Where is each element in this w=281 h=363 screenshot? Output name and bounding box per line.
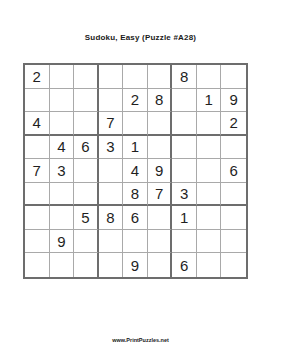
- cell-r7c5: 6: [123, 206, 148, 230]
- cell-r3c7: [172, 112, 197, 136]
- cell-r9c3: [74, 253, 99, 277]
- cell-r7c1: [25, 206, 50, 230]
- cell-r1c2: [50, 65, 75, 89]
- cell-r9c2: [50, 253, 75, 277]
- cell-r5c1: 7: [25, 159, 50, 183]
- cell-r1c6: [148, 65, 173, 89]
- cell-r4c7: [172, 136, 197, 160]
- cell-r4c6: [148, 136, 173, 160]
- cell-r4c3: 6: [74, 136, 99, 160]
- cell-r3c4: 7: [99, 112, 124, 136]
- puzzle-title: Sudoku, Easy (Puzzle #A28): [0, 33, 281, 42]
- cell-r3c3: [74, 112, 99, 136]
- cell-r6c6: 7: [148, 183, 173, 207]
- cell-r9c8: [197, 253, 222, 277]
- cell-r3c9: 2: [221, 112, 246, 136]
- cell-r8c6: [148, 230, 173, 254]
- cell-r7c4: 8: [99, 206, 124, 230]
- cell-r8c7: [172, 230, 197, 254]
- footer-url: www.PrintPuzzles.net: [0, 337, 281, 343]
- cell-r5c4: [99, 159, 124, 183]
- cell-r5c5: 4: [123, 159, 148, 183]
- cell-r6c1: [25, 183, 50, 207]
- cell-r8c8: [197, 230, 222, 254]
- cell-r4c1: [25, 136, 50, 160]
- cell-r7c2: [50, 206, 75, 230]
- cell-r9c6: [148, 253, 173, 277]
- cell-r3c6: [148, 112, 173, 136]
- cell-r3c1: 4: [25, 112, 50, 136]
- cell-r2c8: 1: [197, 89, 222, 113]
- cell-r1c9: [221, 65, 246, 89]
- cell-r5c2: 3: [50, 159, 75, 183]
- cell-r5c6: 9: [148, 159, 173, 183]
- cell-r6c2: [50, 183, 75, 207]
- cell-r6c3: [74, 183, 99, 207]
- cell-r8c9: [221, 230, 246, 254]
- cell-r1c3: [74, 65, 99, 89]
- cell-r6c5: 8: [123, 183, 148, 207]
- cell-r2c2: [50, 89, 75, 113]
- cell-r8c3: [74, 230, 99, 254]
- cell-r1c4: [99, 65, 124, 89]
- cell-r2c7: [172, 89, 197, 113]
- cell-r5c9: 6: [221, 159, 246, 183]
- cell-r4c8: [197, 136, 222, 160]
- cell-r8c5: [123, 230, 148, 254]
- cell-r4c9: [221, 136, 246, 160]
- sudoku-board: 2828194724631734968735861996: [23, 63, 248, 279]
- cell-r6c9: [221, 183, 246, 207]
- cell-r6c7: 3: [172, 183, 197, 207]
- cell-r6c8: [197, 183, 222, 207]
- cell-r3c8: [197, 112, 222, 136]
- cell-r9c7: 6: [172, 253, 197, 277]
- cell-r7c3: 5: [74, 206, 99, 230]
- cell-r2c1: [25, 89, 50, 113]
- cell-r1c1: 2: [25, 65, 50, 89]
- cell-r5c7: [172, 159, 197, 183]
- cell-r1c5: [123, 65, 148, 89]
- cell-r7c8: [197, 206, 222, 230]
- cell-r4c4: 3: [99, 136, 124, 160]
- cell-r4c2: 4: [50, 136, 75, 160]
- cell-r2c9: 9: [221, 89, 246, 113]
- cell-r6c4: [99, 183, 124, 207]
- cell-r1c7: 8: [172, 65, 197, 89]
- cell-r7c9: [221, 206, 246, 230]
- cell-r3c2: [50, 112, 75, 136]
- cell-r2c6: 8: [148, 89, 173, 113]
- cell-r1c8: [197, 65, 222, 89]
- cell-r3c5: [123, 112, 148, 136]
- cell-r9c4: [99, 253, 124, 277]
- cell-r2c5: 2: [123, 89, 148, 113]
- cell-r7c6: [148, 206, 173, 230]
- cell-r2c4: [99, 89, 124, 113]
- cell-r5c3: [74, 159, 99, 183]
- cell-r4c5: 1: [123, 136, 148, 160]
- cell-r7c7: 1: [172, 206, 197, 230]
- cell-r9c5: 9: [123, 253, 148, 277]
- cell-r9c1: [25, 253, 50, 277]
- cell-r5c8: [197, 159, 222, 183]
- cell-r9c9: [221, 253, 246, 277]
- cell-r8c1: [25, 230, 50, 254]
- sudoku-page: Sudoku, Easy (Puzzle #A28) 2828194724631…: [0, 0, 281, 363]
- cell-r2c3: [74, 89, 99, 113]
- cell-r8c4: [99, 230, 124, 254]
- cell-r8c2: 9: [50, 230, 75, 254]
